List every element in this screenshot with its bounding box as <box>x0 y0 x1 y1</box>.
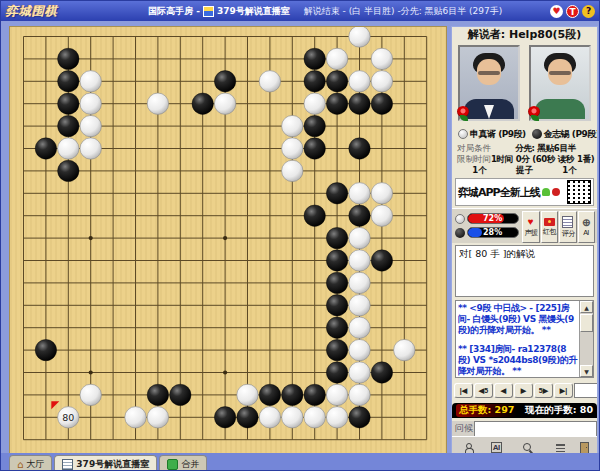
avatar-glasses <box>549 71 571 75</box>
stone-white <box>371 48 392 69</box>
game-conditions: 对局条件 分先: 黑贴6目半 限制时间 1时间 0分 (60秒 读秒 1番) 1… <box>452 141 597 176</box>
white-player-name: 申真谞 (P9段) <box>470 128 526 141</box>
rose-icon <box>528 106 541 123</box>
stone-white <box>394 339 415 360</box>
stone-black <box>349 93 370 114</box>
stone-white <box>326 48 347 69</box>
time-limit-label: 限制时间 <box>457 154 491 165</box>
home-icon: ⌂ <box>17 460 23 470</box>
stone-black <box>326 295 347 316</box>
banner-text: 弈城APP全新上线 <box>458 185 540 200</box>
white-stone-icon <box>455 214 465 224</box>
stone-black <box>214 407 235 428</box>
nav-buttons: |◀◀5◀▶5▶▶| <box>454 383 573 398</box>
stone-white <box>371 183 392 204</box>
stone-black <box>326 183 347 204</box>
announcement-line[interactable]: ** [334]房间- ra12378(8段) VS *s2044bs8(9段)… <box>458 344 578 377</box>
stone-white <box>349 384 370 405</box>
qr-code <box>567 180 591 204</box>
black-stone-icon <box>532 129 542 139</box>
action-button-label: 评分 <box>561 228 574 238</box>
greeting-label: 问候语 <box>452 421 474 436</box>
stone-white <box>371 205 392 226</box>
stone-white <box>214 93 235 114</box>
avatar-body <box>464 99 514 119</box>
black-player-name: 金志锡 (P9段) <box>544 128 598 141</box>
announcement-line[interactable]: ** <9段 中日战> - [225]房间- 白馒头(9段) VS 黑馒头(9段… <box>458 303 578 336</box>
room-title: 国际高手房 - 379号解说直播室 <box>148 5 290 18</box>
action-button-label: 红包 <box>543 226 556 236</box>
dove-icon[interactable]: ♥ <box>550 5 563 18</box>
apple-icon <box>552 188 560 196</box>
red-envelope-icon <box>544 218 555 226</box>
announcement-box: ** <9段 中日战> - [225]房间- 白馒头(9段) VS 黑馒头(9段… <box>455 300 594 378</box>
stone-white <box>125 407 146 428</box>
sidebar: 解说者: Help80(5段) 申真谞 (P9段) <box>451 26 598 471</box>
tab-label: 合并 <box>181 458 199 471</box>
white-winrate-pct: 72% <box>483 214 502 224</box>
go-board[interactable]: 80 <box>9 26 447 457</box>
stone-white <box>349 339 370 360</box>
stone-black <box>371 362 392 383</box>
room-icon <box>203 6 214 17</box>
stone-white <box>349 71 370 92</box>
winrate-section: 72% 28% ♥声援红包评分⊕AI <box>452 208 597 243</box>
stone-black <box>58 48 79 69</box>
stone-black <box>371 250 392 271</box>
stone-black <box>259 384 280 405</box>
ai-icon: AI <box>491 442 502 453</box>
stone-black <box>349 407 370 428</box>
green-room-icon <box>167 459 178 470</box>
stone-black <box>147 384 168 405</box>
stone-white <box>349 317 370 338</box>
stone-black <box>214 71 235 92</box>
game-result-status: 解说结束 - (白 半目胜) -分先: 黑贴6目半 (297手) <box>304 5 503 18</box>
room-prefix: 国际高手房 - <box>148 5 200 18</box>
stone-black <box>326 362 347 383</box>
announcement-list: ** <9段 中日战> - [225]房间- 白馒头(9段) VS 黑馒头(9段… <box>456 301 580 377</box>
rose-icon <box>457 106 470 123</box>
time-limit-value: 1时间 0分 (60秒 读秒 1番) <box>491 154 594 165</box>
room-name: 379号解说直播室 <box>217 5 290 18</box>
action-button-label: 声援 <box>524 227 537 237</box>
stone-white <box>80 115 101 136</box>
scroll-up-icon[interactable]: ▲ <box>580 301 593 313</box>
app-banner[interactable]: 弈城APP全新上线 <box>455 178 594 206</box>
white-player-photo <box>458 45 520 121</box>
stone-black <box>349 138 370 159</box>
stone-black <box>58 160 79 181</box>
black-winrate-bar: 28% <box>467 227 519 238</box>
last-move-button[interactable]: ▶| <box>554 383 573 398</box>
stone-white <box>349 272 370 293</box>
stone-black <box>304 115 325 136</box>
stone-white <box>80 138 101 159</box>
stone-white <box>349 295 370 316</box>
tab-room379号解说直播室[interactable]: 379号解说直播室 <box>54 455 157 471</box>
stone-white <box>349 27 370 47</box>
action-buttons: ♥声援红包评分⊕AI <box>522 211 595 243</box>
white-captures: 1个 <box>457 165 502 176</box>
stone-white <box>80 384 101 405</box>
stone-white <box>282 138 303 159</box>
tab-label: 大厅 <box>26 458 44 471</box>
avatar-glasses <box>478 71 500 75</box>
stone-black <box>326 71 347 92</box>
stone-black <box>326 227 347 248</box>
svg-text:80: 80 <box>62 412 74 423</box>
stone-black <box>349 205 370 226</box>
black-stone-icon <box>455 228 465 238</box>
titlebar: 弈城围棋 国际高手房 - 379号解说直播室 解说结束 - (白 半目胜) -分… <box>1 1 600 21</box>
help-icon[interactable]: ? <box>582 5 595 18</box>
stone-white <box>147 407 168 428</box>
research-icon <box>523 443 533 453</box>
condition-row: 对局条件 分先: 黑贴6目半 <box>457 143 592 154</box>
black-player-name-row: 金志锡 (P9段) <box>526 127 598 141</box>
time-limit-row: 限制时间 1时间 0分 (60秒 读秒 1番) <box>457 154 592 165</box>
titlebar-icons: ♥ T ? <box>550 5 595 18</box>
captures-label: 提子 <box>502 165 547 176</box>
back-5-button[interactable]: ◀5 <box>474 383 493 398</box>
player-names: 申真谞 (P9段) 金志锡 (P9段) <box>452 127 597 141</box>
action-button-red-envelope[interactable]: 红包 <box>541 211 559 243</box>
move-navigation: |◀◀5◀▶5▶▶| GO <box>452 378 597 400</box>
stone-white <box>349 250 370 271</box>
stone-white <box>80 71 101 92</box>
stone-white <box>349 183 370 204</box>
stone-black <box>35 339 56 360</box>
first-move-button[interactable]: |◀ <box>454 383 473 398</box>
stone-white <box>80 93 101 114</box>
exit-icon <box>580 442 589 454</box>
stone-black <box>58 115 79 136</box>
captures-row: 1个 提子 1个 <box>457 165 592 176</box>
stone-black <box>326 317 347 338</box>
scrollbar[interactable]: ▲ ▼ <box>579 301 593 377</box>
stone-white <box>259 71 280 92</box>
app-window: 弈城围棋 国际高手房 - 379号解说直播室 解说结束 - (白 半目胜) -分… <box>0 0 600 471</box>
person-icon <box>465 443 472 453</box>
black-player-photo <box>529 45 591 121</box>
current-move: 现在的手数: 80 <box>525 404 593 417</box>
stone-white <box>237 384 258 405</box>
tab-大厅[interactable]: ⌂大厅 <box>9 455 52 471</box>
last-move-marker: 80 <box>51 401 74 422</box>
action-button-score[interactable]: 评分 <box>559 211 577 243</box>
stone-black <box>326 339 347 360</box>
forward-1-button[interactable]: ▶ <box>514 383 533 398</box>
board-icon <box>62 459 73 470</box>
gear-icon: ⊕ <box>582 218 590 228</box>
stone-white <box>349 227 370 248</box>
tab-label: 379号解说直播室 <box>76 458 149 471</box>
move-counter-bar: 总手数: 297 现在的手数: 80 <box>452 403 597 418</box>
stone-white <box>326 407 347 428</box>
stone-black <box>326 250 347 271</box>
stone-black <box>35 138 56 159</box>
stone-white <box>282 115 303 136</box>
white-winrate-row: 72% <box>455 213 519 224</box>
commentary-text: 对[ 80 手 ]的解说 <box>459 248 535 259</box>
heart-icon: ♥ <box>528 217 534 227</box>
stone-white <box>147 93 168 114</box>
stone-black <box>58 93 79 114</box>
black-winrate-pct: 28% <box>483 228 502 238</box>
score-icon <box>562 216 573 228</box>
stone-white <box>326 384 347 405</box>
android-icon <box>542 188 550 196</box>
white-winrate-bar: 72% <box>467 213 519 224</box>
t-badge-icon[interactable]: T <box>566 5 579 18</box>
forward-5-button[interactable]: 5▶ <box>534 383 553 398</box>
stone-black <box>304 138 325 159</box>
ai-button[interactable]: ⊕AI <box>578 211 596 243</box>
board-svg: 80 <box>10 27 446 456</box>
stone-black <box>237 407 258 428</box>
stone-black <box>326 272 347 293</box>
action-button-label: AI <box>584 228 589 236</box>
window-tab-strip: ⌂大厅379号解说直播室合并 <box>1 453 599 470</box>
greeting-row: 问候语 <box>452 421 597 436</box>
stone-black <box>304 205 325 226</box>
scrollbar-thumb[interactable] <box>580 314 593 332</box>
stone-white <box>282 160 303 181</box>
stone-white <box>349 362 370 383</box>
menu-icon <box>556 444 565 452</box>
stone-white <box>58 138 79 159</box>
stone-white <box>371 71 392 92</box>
black-winrate-row: 28% <box>455 227 519 238</box>
player-photos <box>452 43 597 127</box>
app-logo: 弈城围棋 <box>6 3 58 20</box>
white-player-name-row: 申真谞 (P9段) <box>452 127 526 141</box>
stone-white <box>259 407 280 428</box>
stone-black <box>304 48 325 69</box>
condition-value: 分先: 黑贴6目半 <box>499 143 592 154</box>
tab-合并[interactable]: 合并 <box>159 455 207 471</box>
commentator-header: 解说者: Help80(5段) <box>452 27 597 43</box>
stone-black <box>326 93 347 114</box>
total-moves: 总手数: 297 <box>456 404 517 417</box>
stone-white <box>304 407 325 428</box>
black-captures: 1个 <box>547 165 592 176</box>
action-button-heart[interactable]: ♥声援 <box>522 211 540 243</box>
white-stone-icon <box>458 129 468 139</box>
winrate-bars: 72% 28% <box>455 211 519 243</box>
avatar-body <box>535 99 585 119</box>
stone-white <box>282 407 303 428</box>
stone-white <box>304 93 325 114</box>
back-1-button[interactable]: ◀ <box>494 383 513 398</box>
stone-black <box>170 384 191 405</box>
stone-black <box>304 384 325 405</box>
stone-black <box>282 384 303 405</box>
stone-black <box>58 71 79 92</box>
stone-black <box>192 93 213 114</box>
jump-move-input[interactable] <box>574 383 598 398</box>
stone-black <box>371 93 392 114</box>
condition-label: 对局条件 <box>457 143 499 154</box>
scroll-down-icon[interactable]: ▼ <box>580 365 593 377</box>
stone-black <box>304 71 325 92</box>
commentary-box[interactable]: 对[ 80 手 ]的解说 <box>455 245 594 297</box>
